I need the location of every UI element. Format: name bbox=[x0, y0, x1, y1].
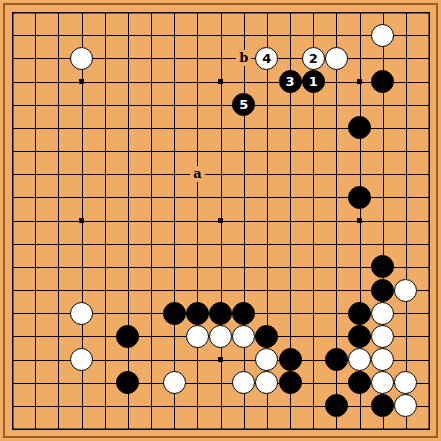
white-stone bbox=[163, 371, 186, 394]
black-stone-move-3: 3 bbox=[279, 70, 302, 93]
black-stone bbox=[348, 325, 371, 348]
white-stone bbox=[255, 371, 278, 394]
white-stone bbox=[232, 325, 255, 348]
black-stone bbox=[116, 325, 139, 348]
white-stone bbox=[348, 348, 371, 371]
star-point-dot bbox=[218, 357, 223, 362]
star-point bbox=[348, 209, 371, 232]
black-stone bbox=[186, 302, 209, 325]
black-stone bbox=[348, 186, 371, 209]
star-point-dot bbox=[79, 79, 84, 84]
black-stone bbox=[209, 302, 232, 325]
white-stone-move-2: 2 bbox=[302, 47, 325, 70]
point-label-a: a bbox=[186, 163, 209, 186]
white-stone bbox=[70, 302, 93, 325]
star-point-dot bbox=[218, 79, 223, 84]
point-label-text: b bbox=[236, 50, 251, 66]
point-label-b: b bbox=[232, 47, 255, 70]
white-stone bbox=[70, 47, 93, 70]
white-stone bbox=[394, 394, 417, 417]
star-point-dot bbox=[79, 218, 84, 223]
black-stone bbox=[371, 279, 394, 302]
black-stone bbox=[371, 255, 394, 278]
star-point-dot bbox=[357, 218, 362, 223]
black-stone-move-5: 5 bbox=[232, 93, 255, 116]
white-stone bbox=[70, 348, 93, 371]
white-stone bbox=[371, 371, 394, 394]
point-label-text: a bbox=[190, 166, 205, 182]
black-stone bbox=[325, 348, 348, 371]
black-stone-move-1: 1 bbox=[302, 70, 325, 93]
white-stone bbox=[186, 325, 209, 348]
black-stone bbox=[348, 116, 371, 139]
white-stone bbox=[255, 348, 278, 371]
white-stone bbox=[394, 279, 417, 302]
black-stone bbox=[348, 371, 371, 394]
board-grid: 42315ab bbox=[0, 0, 440, 440]
black-stone bbox=[279, 348, 302, 371]
white-stone bbox=[394, 371, 417, 394]
black-stone bbox=[371, 70, 394, 93]
black-stone bbox=[232, 302, 255, 325]
white-stone bbox=[232, 371, 255, 394]
black-stone bbox=[371, 394, 394, 417]
black-stone bbox=[348, 302, 371, 325]
star-point bbox=[209, 70, 232, 93]
star-point bbox=[348, 70, 371, 93]
star-point bbox=[209, 209, 232, 232]
black-stone bbox=[325, 394, 348, 417]
white-stone bbox=[371, 325, 394, 348]
white-stone bbox=[209, 325, 232, 348]
black-stone bbox=[116, 371, 139, 394]
white-stone bbox=[325, 47, 348, 70]
white-stone bbox=[371, 24, 394, 47]
black-stone bbox=[255, 325, 278, 348]
black-stone bbox=[163, 302, 186, 325]
star-point-dot bbox=[357, 79, 362, 84]
black-stone bbox=[279, 371, 302, 394]
white-stone bbox=[371, 348, 394, 371]
white-stone-move-4: 4 bbox=[255, 47, 278, 70]
go-board: 42315ab bbox=[0, 0, 441, 441]
star-point bbox=[70, 70, 93, 93]
star-point-dot bbox=[218, 218, 223, 223]
star-point bbox=[209, 348, 232, 371]
star-point bbox=[70, 209, 93, 232]
white-stone bbox=[371, 302, 394, 325]
